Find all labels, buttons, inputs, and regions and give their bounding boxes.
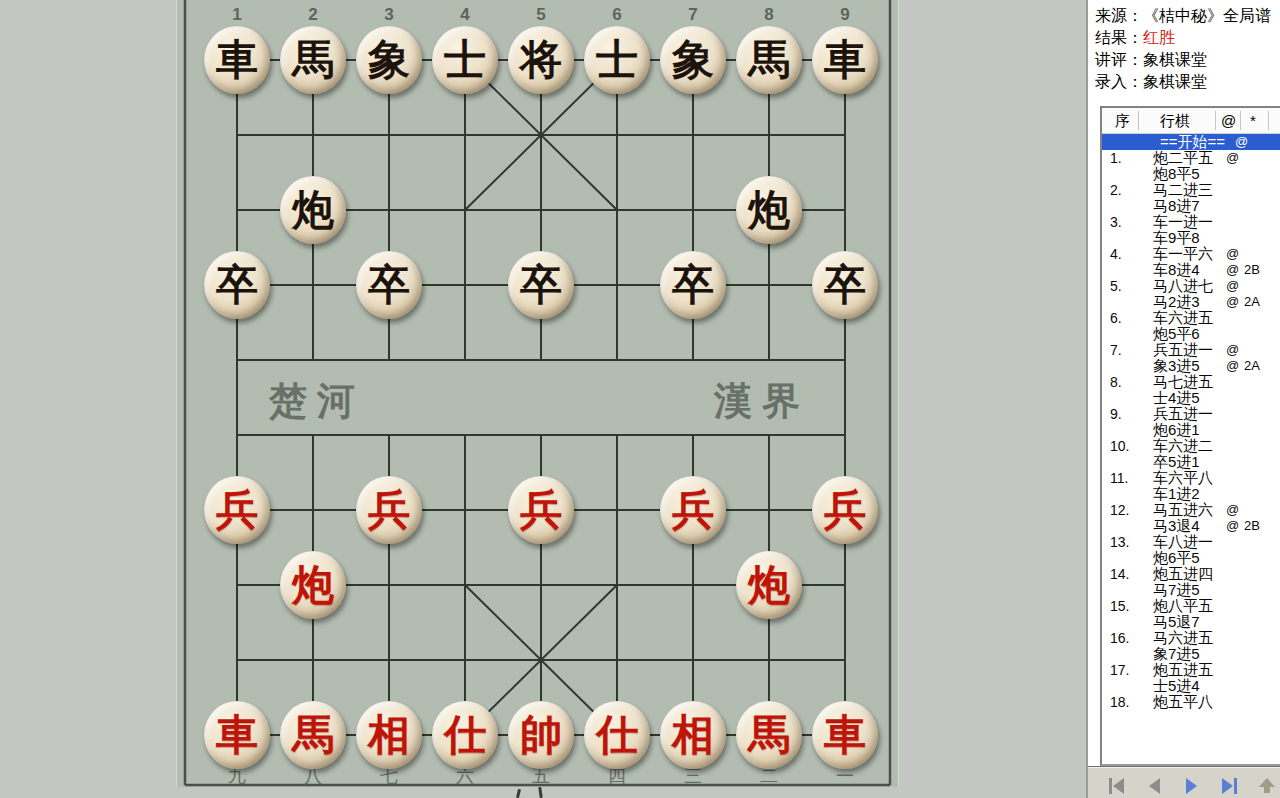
black-piece[interactable]: 象 — [660, 26, 726, 94]
move-row[interactable]: 1.炮二平五@ — [1102, 150, 1280, 166]
step-back-button[interactable] — [1142, 777, 1168, 795]
black-piece[interactable]: 馬 — [280, 26, 346, 94]
red-piece[interactable]: 相 — [356, 701, 422, 769]
cropped-text-mark — [516, 789, 521, 798]
red-piece[interactable]: 相 — [660, 701, 726, 769]
info-line: 讲评：象棋课堂 — [1095, 49, 1271, 71]
move-row[interactable]: 卒5进1 — [1102, 454, 1280, 470]
move-row[interactable]: 13.车八进一 — [1102, 534, 1280, 550]
move-row[interactable]: 炮5平6 — [1102, 326, 1280, 342]
move-row[interactable]: 车1进2 — [1102, 486, 1280, 502]
black-piece[interactable]: 炮 — [736, 176, 802, 244]
move-row[interactable]: 士4进5 — [1102, 390, 1280, 406]
move-row[interactable]: 17.炮五进五 — [1102, 662, 1280, 678]
move-list-header: 序 行棋 @ * — [1102, 108, 1280, 134]
col-header-seq[interactable]: 序 — [1115, 112, 1130, 131]
move-row[interactable]: 4.车一平六@ — [1102, 246, 1280, 262]
move-row[interactable]: 炮6进1 — [1102, 422, 1280, 438]
game-info-block: 来源：《桔中秘》全局谱结果：红胜讲评：象棋课堂录入：象棋课堂 — [1095, 5, 1271, 93]
skip-to-start-button[interactable] — [1104, 777, 1130, 795]
file-label-top: 8 — [756, 5, 782, 25]
red-piece[interactable]: 炮 — [736, 551, 802, 619]
red-piece[interactable]: 兵 — [356, 476, 422, 544]
file-label-top: 7 — [680, 5, 706, 25]
move-row[interactable]: 象3进5@2A — [1102, 358, 1280, 374]
move-row[interactable]: 象7进5 — [1102, 646, 1280, 662]
skip-to-start-icon — [1109, 778, 1112, 794]
xiangqi-board: 123456789 九八七六五四三二一 楚河 漢界 車馬象士将士象馬車炮炮卒卒卒… — [176, 0, 899, 787]
red-piece[interactable]: 馬 — [736, 701, 802, 769]
move-row[interactable]: 18.炮五平八 — [1102, 694, 1280, 710]
file-label-top: 6 — [604, 5, 630, 25]
game-info-panel: 来源：《桔中秘》全局谱结果：红胜讲评：象棋课堂录入：象棋课堂 序 行棋 @ * … — [1086, 0, 1280, 798]
move-row[interactable]: 3.车一进一 — [1102, 214, 1280, 230]
move-row[interactable]: 11.车六平八 — [1102, 470, 1280, 486]
file-label-top: 5 — [528, 5, 554, 25]
red-piece[interactable]: 帥 — [508, 701, 574, 769]
red-piece[interactable]: 兵 — [204, 476, 270, 544]
file-label-top: 2 — [300, 5, 326, 25]
file-label-top: 3 — [376, 5, 402, 25]
red-piece[interactable]: 炮 — [280, 551, 346, 619]
cropped-text-mark — [538, 787, 543, 798]
app-window: 123456789 九八七六五四三二一 楚河 漢界 車馬象士将士象馬車炮炮卒卒卒… — [0, 0, 1280, 798]
move-row[interactable]: 马2进3@2A — [1102, 294, 1280, 310]
file-label-top: 9 — [832, 5, 858, 25]
file-label-top: 1 — [224, 5, 250, 25]
move-row[interactable]: 7.兵五进一@ — [1102, 342, 1280, 358]
move-row[interactable]: 16.马六进五 — [1102, 630, 1280, 646]
skip-to-end-icon — [1222, 778, 1233, 794]
move-row-selected[interactable]: ==开始==@ — [1102, 134, 1280, 150]
black-piece[interactable]: 馬 — [736, 26, 802, 94]
info-line: 录入：象棋课堂 — [1095, 71, 1271, 93]
red-piece[interactable]: 車 — [204, 701, 270, 769]
black-piece[interactable]: 象 — [356, 26, 422, 94]
skip-to-end-button[interactable] — [1217, 777, 1243, 795]
red-piece[interactable]: 馬 — [280, 701, 346, 769]
river-label-right: 漢界 — [714, 376, 810, 427]
move-row[interactable]: 炮8平5 — [1102, 166, 1280, 182]
move-row[interactable]: 马3退4@2B — [1102, 518, 1280, 534]
navigation-toolbar — [1088, 766, 1280, 798]
red-piece[interactable]: 兵 — [508, 476, 574, 544]
black-piece[interactable]: 炮 — [280, 176, 346, 244]
black-piece[interactable]: 車 — [204, 26, 270, 94]
red-piece[interactable]: 兵 — [660, 476, 726, 544]
black-piece[interactable]: 将 — [508, 26, 574, 94]
black-piece[interactable]: 卒 — [356, 251, 422, 319]
move-row[interactable]: 士5进4 — [1102, 678, 1280, 694]
black-piece[interactable]: 車 — [812, 26, 878, 94]
move-row[interactable]: 车8进4@2B — [1102, 262, 1280, 278]
move-row[interactable]: 14.炮五进四 — [1102, 566, 1280, 582]
move-row[interactable]: 12.马五进六@ — [1102, 502, 1280, 518]
move-row[interactable]: 10.车六进二 — [1102, 438, 1280, 454]
step-forward-icon — [1186, 778, 1197, 794]
move-row[interactable]: 15.炮八平五 — [1102, 598, 1280, 614]
step-forward-button[interactable] — [1179, 777, 1205, 795]
black-piece[interactable]: 卒 — [660, 251, 726, 319]
black-piece[interactable]: 卒 — [812, 251, 878, 319]
black-piece[interactable]: 卒 — [204, 251, 270, 319]
move-row[interactable]: 车9平8 — [1102, 230, 1280, 246]
col-header-at[interactable]: @ — [1221, 112, 1236, 129]
move-row[interactable]: 8.马七进五 — [1102, 374, 1280, 390]
arrow-up-icon — [1258, 778, 1276, 794]
info-line: 来源：《桔中秘》全局谱 — [1095, 5, 1271, 27]
red-piece[interactable]: 兵 — [812, 476, 878, 544]
step-back-icon — [1149, 778, 1160, 794]
black-piece[interactable]: 士 — [432, 26, 498, 94]
move-row[interactable]: 6.车六进五 — [1102, 310, 1280, 326]
move-row[interactable]: 马5退7 — [1102, 614, 1280, 630]
river-label-left: 楚河 — [269, 376, 365, 427]
move-row[interactable]: 9.兵五进一 — [1102, 406, 1280, 422]
red-piece[interactable]: 車 — [812, 701, 878, 769]
move-row[interactable]: 马8进7 — [1102, 198, 1280, 214]
move-row[interactable]: 5.马八进七@ — [1102, 278, 1280, 294]
up-button[interactable] — [1254, 777, 1280, 795]
col-header-star[interactable]: * — [1250, 112, 1256, 129]
move-row[interactable]: 马7进5 — [1102, 582, 1280, 598]
file-label-top: 4 — [452, 5, 478, 25]
move-list-body: ==开始==@1.炮二平五@炮8平52.马二进三马8进73.车一进一车9平84.… — [1102, 134, 1280, 710]
info-line: 结果：红胜 — [1095, 27, 1271, 49]
red-piece[interactable]: 仕 — [432, 701, 498, 769]
black-piece[interactable]: 士 — [584, 26, 650, 94]
move-row[interactable]: 炮6平5 — [1102, 550, 1280, 566]
black-piece[interactable]: 卒 — [508, 251, 574, 319]
move-list[interactable]: 序 行棋 @ * ==开始==@1.炮二平五@炮8平52.马二进三马8进73.车… — [1100, 106, 1280, 766]
move-row[interactable]: 2.马二进三 — [1102, 182, 1280, 198]
col-header-move[interactable]: 行棋 — [1160, 112, 1190, 131]
red-piece[interactable]: 仕 — [584, 701, 650, 769]
